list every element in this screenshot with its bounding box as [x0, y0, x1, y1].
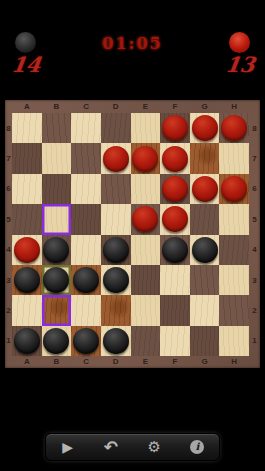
square-h2[interactable] — [219, 295, 249, 325]
play-button[interactable]: ▶ — [53, 435, 83, 459]
square-a2[interactable] — [12, 295, 42, 325]
coordinate-label: 1 — [249, 326, 260, 356]
square-d5[interactable] — [101, 204, 131, 234]
square-e2[interactable] — [131, 295, 161, 325]
coordinate-label: H — [219, 100, 249, 113]
square-e8[interactable] — [131, 113, 161, 143]
coordinate-label: B — [42, 355, 72, 368]
board-grid — [12, 113, 249, 356]
red-piece[interactable] — [14, 237, 40, 263]
red-piece[interactable] — [132, 146, 158, 172]
rank-labels-left: 87654321 — [5, 113, 12, 356]
game-timer: 01:05 — [0, 34, 265, 53]
red-piece[interactable] — [103, 146, 129, 172]
coordinate-label: C — [71, 355, 101, 368]
square-b4[interactable] — [42, 235, 72, 265]
coordinate-label: 6 — [249, 174, 260, 204]
coordinate-label: C — [71, 100, 101, 113]
square-d6[interactable] — [101, 174, 131, 204]
coordinate-label: 8 — [5, 113, 12, 143]
rank-labels-right: 87654321 — [249, 113, 260, 356]
coordinate-label: 2 — [249, 295, 260, 325]
black-piece[interactable] — [43, 328, 69, 354]
square-f4[interactable] — [160, 235, 190, 265]
coordinate-label: 8 — [249, 113, 260, 143]
coordinate-label: 5 — [249, 204, 260, 234]
app-screen: 14 01:05 13 ABCDEFGH ABCDEFGH 87654321 8… — [0, 0, 265, 471]
square-h7[interactable] — [219, 143, 249, 173]
square-g3[interactable] — [190, 265, 220, 295]
red-piece-count: 13 — [218, 52, 262, 78]
square-h1[interactable] — [219, 326, 249, 356]
square-d2[interactable] — [101, 295, 131, 325]
square-c8[interactable] — [71, 113, 101, 143]
undo-button[interactable]: ↶ — [96, 435, 126, 459]
red-piece[interactable] — [162, 206, 188, 232]
square-b5[interactable] — [42, 204, 72, 234]
square-e6[interactable] — [131, 174, 161, 204]
coordinate-label: 2 — [5, 295, 12, 325]
square-c5[interactable] — [71, 204, 101, 234]
play-icon: ▶ — [62, 440, 73, 454]
square-a6[interactable] — [12, 174, 42, 204]
square-c3[interactable] — [71, 265, 101, 295]
square-c7[interactable] — [71, 143, 101, 173]
black-piece[interactable] — [14, 267, 40, 293]
square-b3[interactable] — [42, 265, 72, 295]
undo-icon: ↶ — [104, 439, 118, 456]
black-piece[interactable] — [103, 328, 129, 354]
square-g7[interactable] — [190, 143, 220, 173]
square-a4[interactable] — [12, 235, 42, 265]
red-piece[interactable] — [192, 115, 218, 141]
info-icon: i — [190, 440, 204, 454]
square-f6[interactable] — [160, 174, 190, 204]
black-piece-count: 14 — [4, 52, 48, 78]
coordinate-label: 3 — [249, 265, 260, 295]
coordinate-label: F — [160, 100, 190, 113]
square-c2[interactable] — [71, 295, 101, 325]
square-h5[interactable] — [219, 204, 249, 234]
red-piece[interactable] — [162, 146, 188, 172]
file-labels-top: ABCDEFGH — [12, 100, 249, 113]
square-a3[interactable] — [12, 265, 42, 295]
square-g4[interactable] — [190, 235, 220, 265]
square-h4[interactable] — [219, 235, 249, 265]
coordinate-label: E — [131, 355, 161, 368]
red-piece[interactable] — [132, 206, 158, 232]
black-piece[interactable] — [14, 328, 40, 354]
black-piece[interactable] — [73, 267, 99, 293]
square-a7[interactable] — [12, 143, 42, 173]
square-d1[interactable] — [101, 326, 131, 356]
gear-icon: ⚙ — [147, 440, 160, 455]
square-b8[interactable] — [42, 113, 72, 143]
coordinate-label: 3 — [5, 265, 12, 295]
coordinate-label: E — [131, 100, 161, 113]
coordinate-label: A — [12, 100, 42, 113]
square-h6[interactable] — [219, 174, 249, 204]
coordinate-label: 4 — [249, 235, 260, 265]
coordinate-label: H — [219, 355, 249, 368]
bottom-toolbar: ▶ ↶ ⚙ i — [45, 433, 220, 461]
square-g5[interactable] — [190, 204, 220, 234]
red-piece[interactable] — [221, 115, 247, 141]
file-labels-bottom: ABCDEFGH — [12, 355, 249, 368]
coordinate-label: 7 — [249, 143, 260, 173]
coordinate-label: G — [190, 100, 220, 113]
black-piece[interactable] — [192, 237, 218, 263]
square-b6[interactable] — [42, 174, 72, 204]
info-button[interactable]: i — [182, 435, 212, 459]
square-f5[interactable] — [160, 204, 190, 234]
square-f8[interactable] — [160, 113, 190, 143]
square-a8[interactable] — [12, 113, 42, 143]
square-g1[interactable] — [190, 326, 220, 356]
square-f2[interactable] — [160, 295, 190, 325]
square-d8[interactable] — [101, 113, 131, 143]
square-f1[interactable] — [160, 326, 190, 356]
black-piece[interactable] — [43, 237, 69, 263]
square-e5[interactable] — [131, 204, 161, 234]
red-piece[interactable] — [192, 176, 218, 202]
checkers-board: ABCDEFGH ABCDEFGH 87654321 87654321 — [5, 100, 260, 368]
square-e3[interactable] — [131, 265, 161, 295]
square-c1[interactable] — [71, 326, 101, 356]
square-c6[interactable] — [71, 174, 101, 204]
coordinate-label: 4 — [5, 235, 12, 265]
square-c4[interactable] — [71, 235, 101, 265]
square-b7[interactable] — [42, 143, 72, 173]
square-a5[interactable] — [12, 204, 42, 234]
coordinate-label: 7 — [5, 143, 12, 173]
red-piece[interactable] — [221, 176, 247, 202]
square-h8[interactable] — [219, 113, 249, 143]
coordinate-label: 6 — [5, 174, 12, 204]
black-piece[interactable] — [43, 267, 69, 293]
black-piece[interactable] — [162, 237, 188, 263]
coordinate-label: D — [101, 355, 131, 368]
black-piece[interactable] — [103, 267, 129, 293]
square-d4[interactable] — [101, 235, 131, 265]
square-h3[interactable] — [219, 265, 249, 295]
square-g2[interactable] — [190, 295, 220, 325]
settings-button[interactable]: ⚙ — [139, 435, 169, 459]
square-b2[interactable] — [42, 295, 72, 325]
red-piece[interactable] — [162, 115, 188, 141]
square-g8[interactable] — [190, 113, 220, 143]
square-e1[interactable] — [131, 326, 161, 356]
square-f3[interactable] — [160, 265, 190, 295]
coordinate-label: F — [160, 355, 190, 368]
coordinate-label: A — [12, 355, 42, 368]
square-e7[interactable] — [131, 143, 161, 173]
coordinate-label: B — [42, 100, 72, 113]
square-b1[interactable] — [42, 326, 72, 356]
black-piece[interactable] — [103, 237, 129, 263]
square-a1[interactable] — [12, 326, 42, 356]
square-d3[interactable] — [101, 265, 131, 295]
square-d7[interactable] — [101, 143, 131, 173]
red-player-piece-icon — [229, 32, 250, 53]
coordinate-label: 5 — [5, 204, 12, 234]
coordinate-label: 1 — [5, 326, 12, 356]
black-piece[interactable] — [73, 328, 99, 354]
square-e4[interactable] — [131, 235, 161, 265]
red-piece[interactable] — [162, 176, 188, 202]
square-f7[interactable] — [160, 143, 190, 173]
square-g6[interactable] — [190, 174, 220, 204]
coordinate-label: G — [190, 355, 220, 368]
coordinate-label: D — [101, 100, 131, 113]
